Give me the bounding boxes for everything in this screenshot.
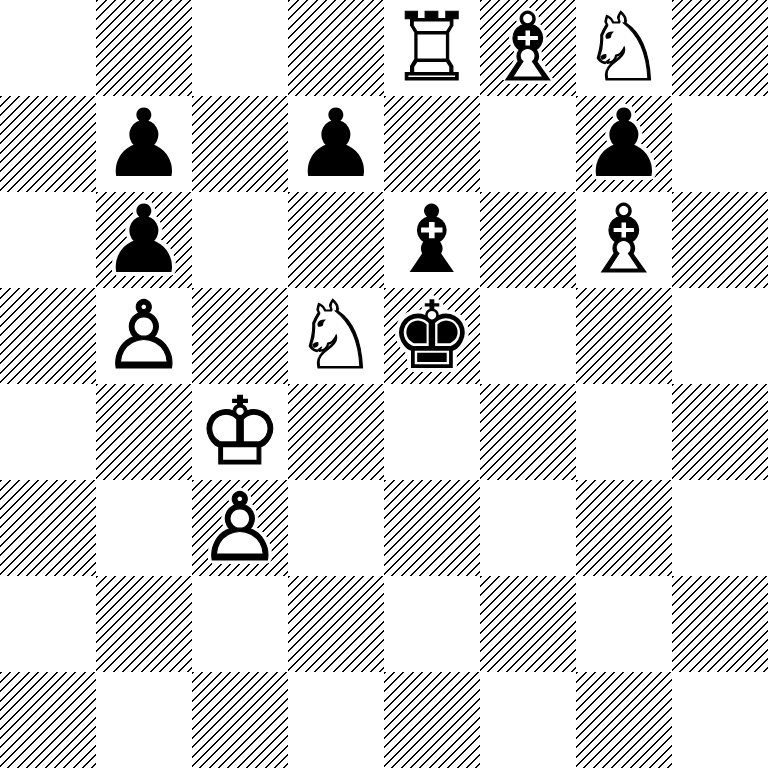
piece-halo: ♟ [96, 192, 192, 288]
square-a6[interactable] [0, 192, 96, 288]
piece-halo: ♚ [192, 384, 288, 480]
piece-halo: ♞ [576, 0, 672, 96]
square-c2[interactable] [192, 576, 288, 672]
white-knight: ♞♘ [288, 288, 384, 384]
square-d7[interactable]: ♟♟ [288, 96, 384, 192]
square-c5[interactable] [192, 288, 288, 384]
square-h4[interactable] [672, 384, 768, 480]
black-pawn-glyph: ♟ [288, 96, 384, 192]
square-g7[interactable]: ♟♟ [576, 96, 672, 192]
piece-halo: ♟ [288, 96, 384, 192]
square-f5[interactable] [480, 288, 576, 384]
black-bishop: ♝♝ [384, 192, 480, 288]
black-pawn-glyph: ♟ [96, 192, 192, 288]
square-a1[interactable] [0, 672, 96, 768]
square-b1[interactable] [96, 672, 192, 768]
square-h7[interactable] [672, 96, 768, 192]
white-knight-glyph: ♘ [576, 0, 672, 96]
square-h6[interactable] [672, 192, 768, 288]
square-c4[interactable]: ♚♔ [192, 384, 288, 480]
white-rook: ♜♖ [384, 0, 480, 96]
white-king-glyph: ♔ [192, 384, 288, 480]
square-a3[interactable] [0, 480, 96, 576]
square-g6[interactable]: ♝♗ [576, 192, 672, 288]
square-a7[interactable] [0, 96, 96, 192]
square-d5[interactable]: ♞♘ [288, 288, 384, 384]
piece-halo: ♝ [384, 192, 480, 288]
white-rook-glyph: ♖ [384, 0, 480, 96]
square-f7[interactable] [480, 96, 576, 192]
black-king-glyph: ♚ [384, 288, 480, 384]
square-c1[interactable] [192, 672, 288, 768]
square-g3[interactable] [576, 480, 672, 576]
square-b2[interactable] [96, 576, 192, 672]
piece-halo: ♞ [288, 288, 384, 384]
square-h8[interactable] [672, 0, 768, 96]
square-h1[interactable] [672, 672, 768, 768]
square-b7[interactable]: ♟♟ [96, 96, 192, 192]
square-f3[interactable] [480, 480, 576, 576]
square-b4[interactable] [96, 384, 192, 480]
white-pawn-glyph: ♙ [96, 288, 192, 384]
square-h3[interactable] [672, 480, 768, 576]
square-d4[interactable] [288, 384, 384, 480]
black-pawn-glyph: ♟ [96, 96, 192, 192]
white-pawn: ♟♙ [192, 480, 288, 576]
square-g1[interactable] [576, 672, 672, 768]
square-f8[interactable]: ♝♗ [480, 0, 576, 96]
square-h5[interactable] [672, 288, 768, 384]
square-e4[interactable] [384, 384, 480, 480]
square-e1[interactable] [384, 672, 480, 768]
piece-halo: ♝ [480, 0, 576, 96]
square-d6[interactable] [288, 192, 384, 288]
square-c6[interactable] [192, 192, 288, 288]
square-a2[interactable] [0, 576, 96, 672]
square-e6[interactable]: ♝♝ [384, 192, 480, 288]
white-bishop: ♝♗ [576, 192, 672, 288]
black-king: ♚♚ [384, 288, 480, 384]
white-king: ♚♔ [192, 384, 288, 480]
black-pawn: ♟♟ [576, 96, 672, 192]
square-d1[interactable] [288, 672, 384, 768]
square-h2[interactable] [672, 576, 768, 672]
square-d3[interactable] [288, 480, 384, 576]
square-c7[interactable] [192, 96, 288, 192]
square-g8[interactable]: ♞♘ [576, 0, 672, 96]
square-e8[interactable]: ♜♖ [384, 0, 480, 96]
square-c3[interactable]: ♟♙ [192, 480, 288, 576]
square-g5[interactable] [576, 288, 672, 384]
square-e7[interactable] [384, 96, 480, 192]
piece-halo: ♟ [192, 480, 288, 576]
square-d8[interactable] [288, 0, 384, 96]
black-pawn: ♟♟ [288, 96, 384, 192]
piece-halo: ♚ [384, 288, 480, 384]
square-c8[interactable] [192, 0, 288, 96]
black-pawn: ♟♟ [96, 192, 192, 288]
white-bishop-glyph: ♗ [576, 192, 672, 288]
white-pawn-glyph: ♙ [192, 480, 288, 576]
black-bishop-glyph: ♝ [384, 192, 480, 288]
piece-halo: ♟ [576, 96, 672, 192]
square-a4[interactable] [0, 384, 96, 480]
piece-halo: ♝ [576, 192, 672, 288]
chess-board: ♜♖♝♗♞♘♟♟♟♟♟♟♟♟♝♝♝♗♟♙♞♘♚♚♚♔♟♙ [0, 0, 768, 768]
square-f2[interactable] [480, 576, 576, 672]
square-e2[interactable] [384, 576, 480, 672]
square-f4[interactable] [480, 384, 576, 480]
square-d2[interactable] [288, 576, 384, 672]
square-a5[interactable] [0, 288, 96, 384]
square-b8[interactable] [96, 0, 192, 96]
black-pawn: ♟♟ [96, 96, 192, 192]
square-f6[interactable] [480, 192, 576, 288]
square-g2[interactable] [576, 576, 672, 672]
piece-halo: ♟ [96, 288, 192, 384]
square-b3[interactable] [96, 480, 192, 576]
square-f1[interactable] [480, 672, 576, 768]
white-pawn: ♟♙ [96, 288, 192, 384]
square-b5[interactable]: ♟♙ [96, 288, 192, 384]
piece-halo: ♟ [96, 96, 192, 192]
white-knight-glyph: ♘ [288, 288, 384, 384]
square-b6[interactable]: ♟♟ [96, 192, 192, 288]
white-bishop-glyph: ♗ [480, 0, 576, 96]
square-e5[interactable]: ♚♚ [384, 288, 480, 384]
square-g4[interactable] [576, 384, 672, 480]
black-pawn-glyph: ♟ [576, 96, 672, 192]
white-bishop: ♝♗ [480, 0, 576, 96]
white-knight: ♞♘ [576, 0, 672, 96]
square-e3[interactable] [384, 480, 480, 576]
square-a8[interactable] [0, 0, 96, 96]
piece-halo: ♜ [384, 0, 480, 96]
